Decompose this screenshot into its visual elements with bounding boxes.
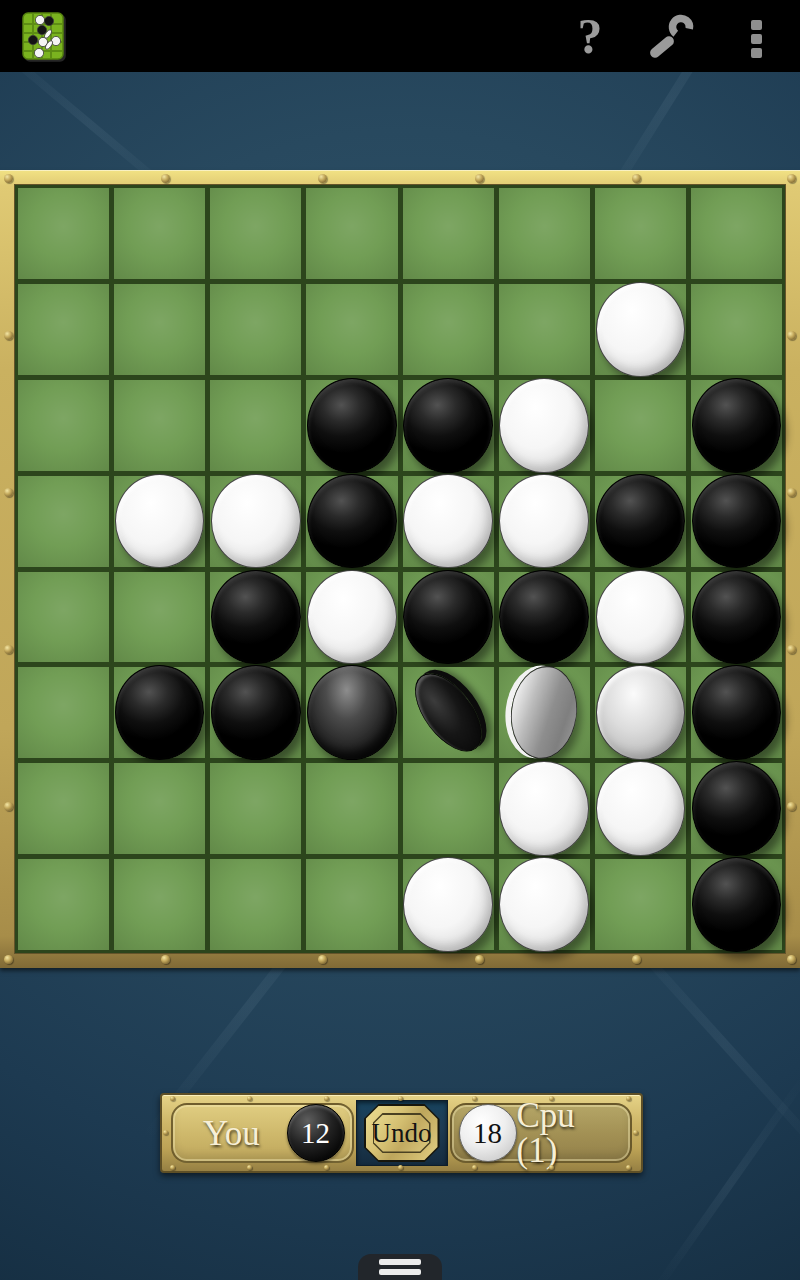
cell-e4[interactable]: [403, 476, 494, 567]
overflow-menu-icon[interactable]: [751, 20, 763, 58]
frame-rivet: [787, 174, 796, 183]
cell-g7[interactable]: [595, 763, 686, 854]
cell-b3[interactable]: [114, 380, 205, 471]
background-texture-streak: [652, 1075, 800, 1280]
disc-black: [307, 378, 396, 473]
cell-c2[interactable]: [210, 284, 301, 375]
disc-white: [499, 474, 588, 569]
cell-b4[interactable]: [114, 476, 205, 567]
cell-e6[interactable]: [403, 667, 494, 758]
cell-a5[interactable]: [18, 572, 109, 663]
disc-white: [307, 570, 396, 665]
disc-black: [211, 665, 300, 760]
disc-black-flipping: [402, 662, 494, 763]
disc-black: [403, 378, 492, 473]
disc-white: [499, 761, 588, 856]
cell-f6[interactable]: [499, 667, 590, 758]
help-icon[interactable]: ?: [570, 8, 610, 64]
cell-c4[interactable]: [210, 476, 301, 567]
frame-rivet: [549, 1096, 554, 1101]
disc-white: [499, 857, 588, 952]
undo-button[interactable]: Undo: [364, 1104, 440, 1162]
cell-c1[interactable]: [210, 188, 301, 279]
frame-rivet: [787, 645, 796, 654]
player-panel-cpu: 18 Cpu (1): [450, 1103, 633, 1163]
cell-b8[interactable]: [114, 859, 205, 950]
overflow-dot: [751, 20, 762, 30]
player-panel-you: You 12: [171, 1103, 354, 1163]
white-score-disc: 18: [459, 1104, 517, 1162]
cell-f5[interactable]: [499, 572, 590, 663]
disc-black: [692, 378, 781, 473]
frame-rivet: [787, 802, 796, 811]
cell-a2[interactable]: [18, 284, 109, 375]
cell-d7[interactable]: [306, 763, 397, 854]
cell-e3[interactable]: [403, 380, 494, 471]
frame-rivet: [632, 955, 641, 964]
disc-black: [307, 474, 396, 569]
disc-white: [403, 474, 492, 569]
wrench-icon[interactable]: [646, 14, 696, 60]
cell-b2[interactable]: [114, 284, 205, 375]
cell-e2[interactable]: [403, 284, 494, 375]
frame-rivet: [398, 1165, 403, 1170]
disc-black: [692, 474, 781, 569]
disc-white: [596, 282, 685, 377]
cell-g5[interactable]: [595, 572, 686, 663]
cell-a8[interactable]: [18, 859, 109, 950]
frame-rivet: [475, 174, 484, 183]
disc-white: [115, 474, 204, 569]
frame-rivet: [170, 1096, 175, 1101]
cell-h5[interactable]: [691, 572, 782, 663]
disc-black: [403, 570, 492, 665]
action-bar: ?: [0, 0, 800, 72]
undo-slot: Undo: [356, 1100, 448, 1166]
cell-b5[interactable]: [114, 572, 205, 663]
cell-h4[interactable]: [691, 476, 782, 567]
cell-b1[interactable]: [114, 188, 205, 279]
cell-c6[interactable]: [210, 667, 301, 758]
you-label: You: [203, 1116, 260, 1151]
frame-rivet: [4, 331, 13, 340]
cell-h8[interactable]: [691, 859, 782, 950]
disc-black: [692, 761, 781, 856]
frame-rivet: [247, 1165, 252, 1170]
cell-f1[interactable]: [499, 188, 590, 279]
cell-g3[interactable]: [595, 380, 686, 471]
cell-a6[interactable]: [18, 667, 109, 758]
cell-g1[interactable]: [595, 188, 686, 279]
disc-black: [115, 665, 204, 760]
frame-rivet: [247, 1096, 252, 1101]
disc-black-shaded: [307, 665, 396, 760]
cell-g8[interactable]: [595, 859, 686, 950]
frame-rivet: [324, 1165, 329, 1170]
cell-d4[interactable]: [306, 476, 397, 567]
frame-rivet: [318, 955, 327, 964]
frame-rivet: [472, 1165, 477, 1170]
cell-e5[interactable]: [403, 572, 494, 663]
cell-c3[interactable]: [210, 380, 301, 471]
frame-rivet: [626, 1096, 631, 1101]
cell-a3[interactable]: [18, 380, 109, 471]
frame-rivet: [787, 488, 796, 497]
black-score-disc: 12: [287, 1104, 345, 1162]
disc-white-shaded: [596, 665, 685, 760]
frame-rivet: [626, 1165, 631, 1170]
disc-white: [499, 378, 588, 473]
undo-label: Undo: [364, 1104, 440, 1162]
disc-white: [403, 857, 492, 952]
cell-d1[interactable]: [306, 188, 397, 279]
disc-black: [692, 857, 781, 952]
cell-h7[interactable]: [691, 763, 782, 854]
cell-d2[interactable]: [306, 284, 397, 375]
disc-white: [596, 570, 685, 665]
cell-h3[interactable]: [691, 380, 782, 471]
disc-black: [692, 570, 781, 665]
disc-black: [596, 474, 685, 569]
frame-rivet: [472, 1096, 477, 1101]
cell-f4[interactable]: [499, 476, 590, 567]
frame-rivet: [324, 1096, 329, 1101]
cell-b7[interactable]: [114, 763, 205, 854]
cell-h6[interactable]: [691, 667, 782, 758]
cell-d8[interactable]: [306, 859, 397, 950]
frame-rivet: [4, 955, 13, 964]
disc-black: [211, 570, 300, 665]
handle-bar: [379, 1259, 421, 1265]
cell-c5[interactable]: [210, 572, 301, 663]
cell-b6[interactable]: [114, 667, 205, 758]
frame-rivet: [787, 331, 796, 340]
frame-rivet: [170, 1165, 175, 1170]
cell-c7[interactable]: [210, 763, 301, 854]
othello-board: [0, 170, 800, 968]
cell-g2[interactable]: [595, 284, 686, 375]
cell-d5[interactable]: [306, 572, 397, 663]
frame-rivet: [318, 174, 327, 183]
frame-rivet: [787, 955, 796, 964]
cell-a1[interactable]: [18, 188, 109, 279]
frame-rivet: [4, 174, 13, 183]
frame-rivet: [549, 1165, 554, 1170]
frame-rivet: [4, 645, 13, 654]
cell-a7[interactable]: [18, 763, 109, 854]
frame-rivet: [632, 174, 641, 183]
cell-d3[interactable]: [306, 380, 397, 471]
cell-e1[interactable]: [403, 188, 494, 279]
handle-bar: [379, 1269, 421, 1275]
disc-black: [499, 570, 588, 665]
cell-e8[interactable]: [403, 859, 494, 950]
cell-g4[interactable]: [595, 476, 686, 567]
frame-rivet: [633, 1130, 638, 1135]
frame-rivet: [161, 174, 170, 183]
frame-rivet: [161, 955, 170, 964]
disc-white-flipping: [506, 663, 583, 763]
cell-e7[interactable]: [403, 763, 494, 854]
cell-d6[interactable]: [306, 667, 397, 758]
frame-rivet: [398, 1096, 403, 1101]
cell-h2[interactable]: [691, 284, 782, 375]
cell-f3[interactable]: [499, 380, 590, 471]
disc-black: [692, 665, 781, 760]
disc-white: [211, 474, 300, 569]
frame-rivet: [163, 1130, 168, 1135]
overflow-dot: [751, 48, 762, 58]
cell-f8[interactable]: [499, 859, 590, 950]
overflow-dot: [751, 34, 762, 44]
cell-g6[interactable]: [595, 667, 686, 758]
cell-h1[interactable]: [691, 188, 782, 279]
cell-f7[interactable]: [499, 763, 590, 854]
disc-white: [596, 761, 685, 856]
nav-drag-handle[interactable]: [358, 1254, 442, 1280]
board-grid: [15, 185, 785, 953]
score-bar: You 12 Undo 18 Cpu (1): [160, 1093, 643, 1173]
cpu-label: Cpu (1): [517, 1098, 601, 1168]
app-icon[interactable]: [22, 11, 64, 61]
cell-f2[interactable]: [499, 284, 590, 375]
frame-rivet: [475, 955, 484, 964]
frame-rivet: [4, 802, 13, 811]
frame-rivet: [4, 488, 13, 497]
cell-c8[interactable]: [210, 859, 301, 950]
cell-a4[interactable]: [18, 476, 109, 567]
